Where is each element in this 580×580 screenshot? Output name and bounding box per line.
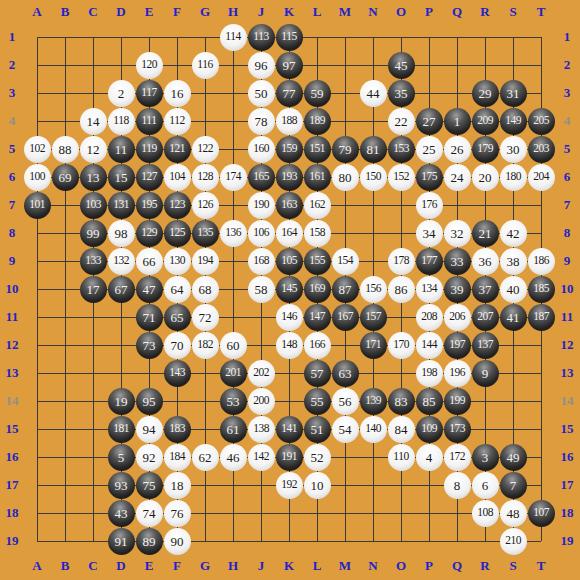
- stone-white-L12: 166: [304, 332, 331, 359]
- coord-label-2: 2: [1, 51, 23, 79]
- point-T7: [527, 191, 555, 219]
- point-R6: 20: [471, 163, 499, 191]
- coord-label-13: 13: [1, 359, 23, 387]
- point-G1: [191, 23, 219, 51]
- stone-white-F18: 76: [164, 500, 191, 527]
- stone-white-F16: 184: [164, 444, 191, 471]
- point-L17: 10: [303, 471, 331, 499]
- point-D6: 15: [107, 163, 135, 191]
- point-B2: [51, 51, 79, 79]
- point-D9: 132: [107, 247, 135, 275]
- point-B13: [51, 359, 79, 387]
- point-P14: 85: [415, 387, 443, 415]
- point-A19: [23, 527, 51, 555]
- coord-label-K: K: [275, 2, 303, 22]
- point-B11: [51, 303, 79, 331]
- stone-black-D5: 11: [108, 136, 135, 163]
- point-F19: 90: [163, 527, 191, 555]
- stone-white-J4: 78: [248, 108, 275, 135]
- stone-white-J2: 96: [248, 52, 275, 79]
- point-H2: [219, 51, 247, 79]
- point-B8: [51, 219, 79, 247]
- coord-label-4: 4: [556, 107, 578, 135]
- stone-white-F17: 18: [164, 472, 191, 499]
- stone-white-Q11: 206: [444, 304, 471, 331]
- stone-white-H6: 174: [220, 164, 247, 191]
- stone-white-H8: 136: [220, 220, 247, 247]
- point-J6: 165: [247, 163, 275, 191]
- point-O12: 170: [387, 331, 415, 359]
- point-O6: 152: [387, 163, 415, 191]
- point-C15: [79, 415, 107, 443]
- stone-white-L16: 52: [304, 444, 331, 471]
- stone-white-G7: 126: [192, 192, 219, 219]
- point-Q5: 26: [443, 135, 471, 163]
- stone-black-C10: 17: [80, 276, 107, 303]
- stone-white-S19: 210: [500, 528, 527, 555]
- stone-black-E7: 195: [136, 192, 163, 219]
- point-H7: [219, 191, 247, 219]
- point-K16: 191: [275, 443, 303, 471]
- stone-black-S17: 7: [500, 472, 527, 499]
- point-H4: [219, 107, 247, 135]
- coord-label-16: 16: [556, 443, 578, 471]
- point-H1: 114: [219, 23, 247, 51]
- stone-black-D6: 15: [108, 164, 135, 191]
- stone-black-C9: 133: [80, 248, 107, 275]
- stone-black-E5: 119: [136, 136, 163, 163]
- point-D11: [107, 303, 135, 331]
- point-J11: [247, 303, 275, 331]
- point-P7: 176: [415, 191, 443, 219]
- point-O19: [387, 527, 415, 555]
- point-S15: [499, 415, 527, 443]
- stone-black-D14: 19: [108, 388, 135, 415]
- stone-white-S6: 180: [500, 164, 527, 191]
- stone-white-K12: 148: [276, 332, 303, 359]
- point-A10: [23, 275, 51, 303]
- point-P12: 144: [415, 331, 443, 359]
- point-K13: [275, 359, 303, 387]
- point-G19: [191, 527, 219, 555]
- point-K5: 159: [275, 135, 303, 163]
- point-M17: [331, 471, 359, 499]
- point-J8: 106: [247, 219, 275, 247]
- point-M6: 80: [331, 163, 359, 191]
- point-C16: [79, 443, 107, 471]
- point-Q19: [443, 527, 471, 555]
- point-D3: 2: [107, 79, 135, 107]
- point-D2: [107, 51, 135, 79]
- stone-black-M13: 63: [332, 360, 359, 387]
- point-N6: 150: [359, 163, 387, 191]
- stone-white-F10: 64: [164, 276, 191, 303]
- point-N16: [359, 443, 387, 471]
- coord-label-G: G: [191, 556, 219, 576]
- stone-black-T5: 203: [528, 136, 555, 163]
- point-N15: 140: [359, 415, 387, 443]
- coord-label-L: L: [303, 556, 331, 576]
- stone-white-S10: 40: [500, 276, 527, 303]
- point-G3: [191, 79, 219, 107]
- stone-white-J9: 168: [248, 248, 275, 275]
- point-P3: [415, 79, 443, 107]
- point-S2: [499, 51, 527, 79]
- point-L2: [303, 51, 331, 79]
- stone-white-P8: 34: [416, 220, 443, 247]
- point-R18: 108: [471, 499, 499, 527]
- point-Q17: 8: [443, 471, 471, 499]
- coord-label-B: B: [51, 556, 79, 576]
- stone-black-H14: 53: [220, 388, 247, 415]
- stone-white-F3: 16: [164, 80, 191, 107]
- point-E1: [135, 23, 163, 51]
- point-P1: [415, 23, 443, 51]
- point-M3: [331, 79, 359, 107]
- stone-black-G8: 135: [192, 220, 219, 247]
- point-Q15: 173: [443, 415, 471, 443]
- stone-white-G2: 116: [192, 52, 219, 79]
- coord-label-A: A: [23, 556, 51, 576]
- point-O5: 153: [387, 135, 415, 163]
- stone-black-Q12: 197: [444, 332, 471, 359]
- point-E18: 74: [135, 499, 163, 527]
- point-B6: 69: [51, 163, 79, 191]
- stone-black-D10: 67: [108, 276, 135, 303]
- stone-white-T6: 204: [528, 164, 555, 191]
- point-F16: 184: [163, 443, 191, 471]
- point-G14: [191, 387, 219, 415]
- point-R14: [471, 387, 499, 415]
- point-J5: 160: [247, 135, 275, 163]
- coord-label-M: M: [331, 556, 359, 576]
- stone-black-O2: 45: [388, 52, 415, 79]
- coord-label-H: H: [219, 2, 247, 22]
- coord-label-18: 18: [556, 499, 578, 527]
- stone-white-D3: 2: [108, 80, 135, 107]
- point-M15: 54: [331, 415, 359, 443]
- stone-black-F11: 65: [164, 304, 191, 331]
- coord-label-3: 3: [556, 79, 578, 107]
- stone-white-F4: 112: [164, 108, 191, 135]
- stone-black-K1: 115: [276, 24, 303, 51]
- stone-white-E15: 94: [136, 416, 163, 443]
- go-kifu-diagram: 1141131151201169697452117165077594435293…: [0, 0, 580, 580]
- point-C1: [79, 23, 107, 51]
- point-H5: [219, 135, 247, 163]
- stone-white-J8: 106: [248, 220, 275, 247]
- coord-label-T: T: [527, 2, 555, 22]
- coord-label-P: P: [415, 2, 443, 22]
- stone-white-Q8: 32: [444, 220, 471, 247]
- point-S7: [499, 191, 527, 219]
- coord-label-10: 10: [556, 275, 578, 303]
- stone-black-J6: 165: [248, 164, 275, 191]
- stone-black-L5: 151: [304, 136, 331, 163]
- point-C4: 14: [79, 107, 107, 135]
- point-O14: 83: [387, 387, 415, 415]
- coord-label-17: 17: [556, 471, 578, 499]
- stone-white-D9: 132: [108, 248, 135, 275]
- stone-white-J16: 142: [248, 444, 275, 471]
- point-T12: [527, 331, 555, 359]
- coord-label-4: 4: [1, 107, 23, 135]
- coord-label-J: J: [247, 2, 275, 22]
- coord-label-Q: Q: [443, 556, 471, 576]
- point-P8: 34: [415, 219, 443, 247]
- point-F2: [163, 51, 191, 79]
- point-S8: 42: [499, 219, 527, 247]
- point-K3: 77: [275, 79, 303, 107]
- point-P17: [415, 471, 443, 499]
- stone-white-P16: 4: [416, 444, 443, 471]
- coord-label-L: L: [303, 2, 331, 22]
- coord-label-K: K: [275, 556, 303, 576]
- point-S1: [499, 23, 527, 51]
- point-S12: [499, 331, 527, 359]
- stone-black-O3: 35: [388, 80, 415, 107]
- stone-white-G5: 122: [192, 136, 219, 163]
- point-J1: 113: [247, 23, 275, 51]
- point-A12: [23, 331, 51, 359]
- point-A14: [23, 387, 51, 415]
- point-R16: 3: [471, 443, 499, 471]
- stone-white-E9: 66: [136, 248, 163, 275]
- point-B1: [51, 23, 79, 51]
- point-A13: [23, 359, 51, 387]
- point-Q12: 197: [443, 331, 471, 359]
- point-F5: 121: [163, 135, 191, 163]
- point-P19: [415, 527, 443, 555]
- point-H9: [219, 247, 247, 275]
- point-J12: [247, 331, 275, 359]
- stone-white-P12: 144: [416, 332, 443, 359]
- stone-white-R17: 6: [472, 472, 499, 499]
- coord-label-M: M: [331, 2, 359, 22]
- point-E8: 129: [135, 219, 163, 247]
- stone-white-A5: 102: [24, 136, 51, 163]
- point-F6: 104: [163, 163, 191, 191]
- point-H14: 53: [219, 387, 247, 415]
- coord-label-C: C: [79, 2, 107, 22]
- stone-black-R4: 209: [472, 108, 499, 135]
- stone-white-P5: 25: [416, 136, 443, 163]
- stone-white-S8: 42: [500, 220, 527, 247]
- point-P5: 25: [415, 135, 443, 163]
- point-S5: 30: [499, 135, 527, 163]
- point-A5: 102: [23, 135, 51, 163]
- point-E5: 119: [135, 135, 163, 163]
- point-C5: 12: [79, 135, 107, 163]
- point-L18: [303, 499, 331, 527]
- stone-white-G6: 128: [192, 164, 219, 191]
- coord-label-18: 18: [1, 499, 23, 527]
- stone-black-J1: 113: [248, 24, 275, 51]
- stone-black-Q4: 1: [444, 108, 471, 135]
- point-F11: 65: [163, 303, 191, 331]
- point-L8: 158: [303, 219, 331, 247]
- point-R17: 6: [471, 471, 499, 499]
- stone-black-E11: 71: [136, 304, 163, 331]
- point-E2: 120: [135, 51, 163, 79]
- point-B4: [51, 107, 79, 135]
- stone-black-E8: 129: [136, 220, 163, 247]
- point-A7: 101: [23, 191, 51, 219]
- stone-black-O5: 153: [388, 136, 415, 163]
- stone-black-S4: 149: [500, 108, 527, 135]
- point-K6: 193: [275, 163, 303, 191]
- stone-black-K3: 77: [276, 80, 303, 107]
- point-J4: 78: [247, 107, 275, 135]
- point-C9: 133: [79, 247, 107, 275]
- stone-white-R6: 20: [472, 164, 499, 191]
- coord-label-D: D: [107, 2, 135, 22]
- stone-black-K7: 163: [276, 192, 303, 219]
- stone-white-O15: 84: [388, 416, 415, 443]
- point-A11: [23, 303, 51, 331]
- point-R8: 21: [471, 219, 499, 247]
- stone-black-K16: 191: [276, 444, 303, 471]
- point-C10: 17: [79, 275, 107, 303]
- point-R5: 179: [471, 135, 499, 163]
- point-B3: [51, 79, 79, 107]
- stone-black-L13: 57: [304, 360, 331, 387]
- coord-label-N: N: [359, 556, 387, 576]
- point-D1: [107, 23, 135, 51]
- stone-white-F19: 90: [164, 528, 191, 555]
- point-F10: 64: [163, 275, 191, 303]
- stone-white-Q17: 8: [444, 472, 471, 499]
- point-D19: 91: [107, 527, 135, 555]
- point-E16: 92: [135, 443, 163, 471]
- stone-white-C5: 12: [80, 136, 107, 163]
- point-H12: 60: [219, 331, 247, 359]
- point-T11: 187: [527, 303, 555, 331]
- point-E7: 195: [135, 191, 163, 219]
- point-E9: 66: [135, 247, 163, 275]
- point-O8: [387, 219, 415, 247]
- point-R11: 207: [471, 303, 499, 331]
- point-M8: [331, 219, 359, 247]
- stone-white-J10: 58: [248, 276, 275, 303]
- point-G17: [191, 471, 219, 499]
- point-S9: 38: [499, 247, 527, 275]
- point-A1: [23, 23, 51, 51]
- stone-black-N14: 139: [360, 388, 387, 415]
- stone-black-E3: 117: [136, 80, 163, 107]
- stone-white-G12: 182: [192, 332, 219, 359]
- stone-white-B5: 88: [52, 136, 79, 163]
- stone-black-Q10: 39: [444, 276, 471, 303]
- point-F18: 76: [163, 499, 191, 527]
- point-N10: 156: [359, 275, 387, 303]
- stone-black-E6: 127: [136, 164, 163, 191]
- point-Q6: 24: [443, 163, 471, 191]
- point-K11: 146: [275, 303, 303, 331]
- point-T5: 203: [527, 135, 555, 163]
- stone-white-H16: 46: [220, 444, 247, 471]
- coord-label-8: 8: [1, 219, 23, 247]
- stone-white-C4: 14: [80, 108, 107, 135]
- point-L7: 162: [303, 191, 331, 219]
- point-H15: 61: [219, 415, 247, 443]
- point-C17: [79, 471, 107, 499]
- point-H6: 174: [219, 163, 247, 191]
- stone-black-F8: 125: [164, 220, 191, 247]
- coord-label-14: 14: [1, 387, 23, 415]
- stone-black-L3: 59: [304, 80, 331, 107]
- coord-label-7: 7: [1, 191, 23, 219]
- point-D16: 5: [107, 443, 135, 471]
- stone-white-O16: 110: [388, 444, 415, 471]
- stone-black-L4: 189: [304, 108, 331, 135]
- stone-black-P14: 85: [416, 388, 443, 415]
- stone-black-P15: 109: [416, 416, 443, 443]
- stone-black-R10: 37: [472, 276, 499, 303]
- point-K15: 141: [275, 415, 303, 443]
- stone-black-R5: 179: [472, 136, 499, 163]
- point-E4: 111: [135, 107, 163, 135]
- coord-label-12: 12: [556, 331, 578, 359]
- point-G6: 128: [191, 163, 219, 191]
- point-L4: 189: [303, 107, 331, 135]
- point-T2: [527, 51, 555, 79]
- point-G12: 182: [191, 331, 219, 359]
- point-K17: 192: [275, 471, 303, 499]
- point-T3: [527, 79, 555, 107]
- coord-label-19: 19: [556, 527, 578, 555]
- point-H3: [219, 79, 247, 107]
- coord-label-10: 10: [1, 275, 23, 303]
- point-M2: [331, 51, 359, 79]
- point-F15: 183: [163, 415, 191, 443]
- point-E11: 71: [135, 303, 163, 331]
- point-T6: 204: [527, 163, 555, 191]
- point-J16: 142: [247, 443, 275, 471]
- stone-white-M9: 154: [332, 248, 359, 275]
- point-P16: 4: [415, 443, 443, 471]
- point-K12: 148: [275, 331, 303, 359]
- point-C14: [79, 387, 107, 415]
- stone-black-L6: 161: [304, 164, 331, 191]
- stone-white-E16: 92: [136, 444, 163, 471]
- coord-label-5: 5: [1, 135, 23, 163]
- point-E19: 89: [135, 527, 163, 555]
- point-Q8: 32: [443, 219, 471, 247]
- point-L1: [303, 23, 331, 51]
- stone-black-K9: 105: [276, 248, 303, 275]
- point-C7: 103: [79, 191, 107, 219]
- stone-black-Q9: 33: [444, 248, 471, 275]
- coord-label-N: N: [359, 2, 387, 22]
- point-P15: 109: [415, 415, 443, 443]
- stone-white-F6: 104: [164, 164, 191, 191]
- point-J3: 50: [247, 79, 275, 107]
- point-Q16: 172: [443, 443, 471, 471]
- point-T1: [527, 23, 555, 51]
- point-A2: [23, 51, 51, 79]
- point-Q3: [443, 79, 471, 107]
- point-P2: [415, 51, 443, 79]
- point-N2: [359, 51, 387, 79]
- stone-black-F5: 121: [164, 136, 191, 163]
- stone-white-O10: 86: [388, 276, 415, 303]
- point-F3: 16: [163, 79, 191, 107]
- stone-black-T4: 205: [528, 108, 555, 135]
- stone-black-L15: 51: [304, 416, 331, 443]
- coord-label-17: 17: [1, 471, 23, 499]
- point-K4: 188: [275, 107, 303, 135]
